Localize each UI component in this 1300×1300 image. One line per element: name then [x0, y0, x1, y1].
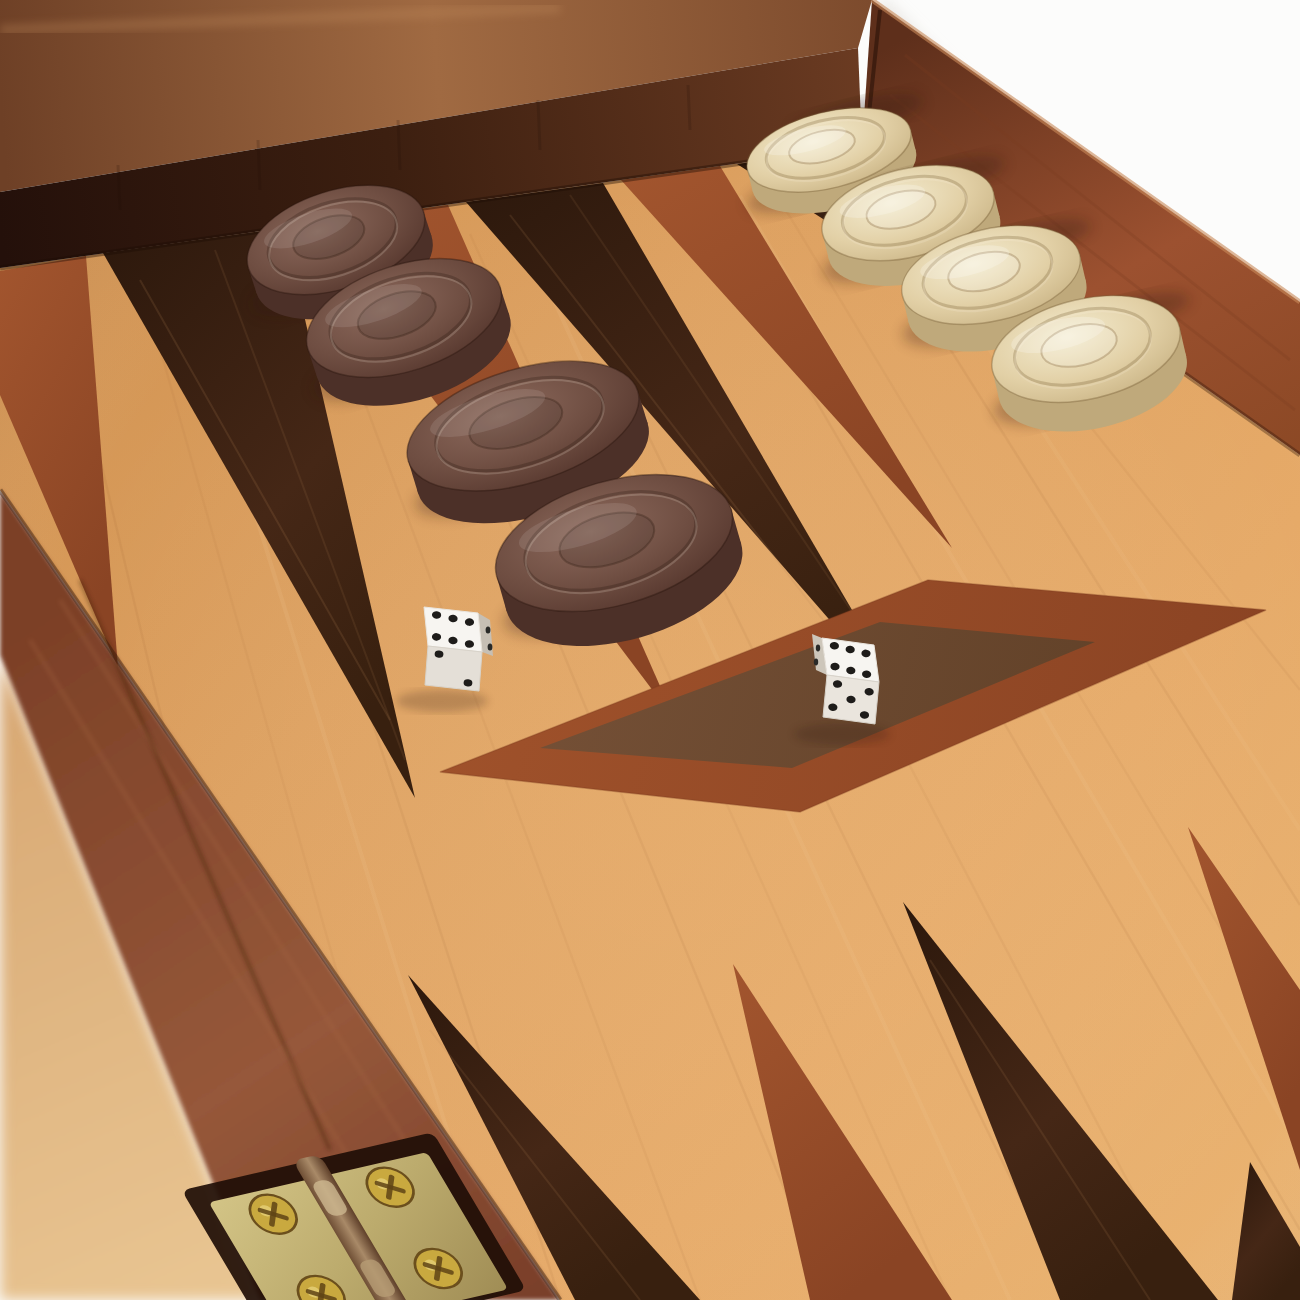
backgammon-photo-stage	[0, 0, 1300, 1300]
die-shadow	[794, 723, 890, 745]
die-pip	[816, 645, 820, 652]
die-front-face	[425, 646, 482, 691]
die-pip	[814, 659, 818, 666]
die-shadow	[396, 690, 488, 712]
die-pip	[486, 626, 491, 633]
backgammon-board-scene	[0, 0, 1300, 1300]
die-pip	[488, 643, 493, 650]
